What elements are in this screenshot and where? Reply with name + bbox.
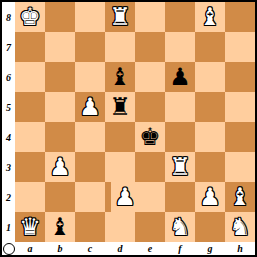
white-rook-d8[interactable]: ♜	[109, 2, 131, 32]
square-e6[interactable]	[135, 62, 165, 92]
white-bishop-h2[interactable]: ♝	[229, 182, 251, 212]
square-f3[interactable]: ♜	[165, 152, 195, 182]
file-label-f: f	[165, 242, 195, 255]
white-bishop-g8[interactable]: ♝	[199, 2, 221, 32]
square-h8[interactable]	[225, 2, 255, 32]
rank-label-1: 1	[2, 212, 15, 242]
square-h1[interactable]: ♞	[225, 212, 255, 242]
black-bishop-b1[interactable]: ♝	[49, 212, 71, 242]
white-king-a8[interactable]: ♚	[19, 2, 41, 32]
square-g2[interactable]: ♟	[195, 182, 225, 212]
white-queen-a1[interactable]: ♛	[19, 212, 41, 242]
square-a3[interactable]	[15, 152, 45, 182]
black-bishop-d6[interactable]: ♝	[109, 62, 131, 92]
white-knight-f1[interactable]: ♞	[169, 212, 191, 242]
black-king-e4[interactable]: ♚	[139, 122, 161, 152]
square-e7[interactable]	[135, 32, 165, 62]
rank-label-5: 5	[2, 92, 15, 122]
square-e1[interactable]	[135, 212, 165, 242]
square-e3[interactable]	[135, 152, 165, 182]
square-a2[interactable]	[15, 182, 45, 212]
file-label-c: c	[75, 242, 105, 255]
white-pawn-c5[interactable]: ♟	[79, 92, 101, 122]
square-c4[interactable]	[75, 122, 105, 152]
square-h5[interactable]	[225, 92, 255, 122]
square-d7[interactable]	[105, 32, 135, 62]
square-c5[interactable]: ♟	[75, 92, 105, 122]
square-g7[interactable]	[195, 32, 225, 62]
square-c2[interactable]	[75, 182, 105, 212]
square-c7[interactable]	[75, 32, 105, 62]
square-a5[interactable]	[15, 92, 45, 122]
square-c1[interactable]	[75, 212, 105, 242]
square-g3[interactable]	[195, 152, 225, 182]
square-a4[interactable]	[15, 122, 45, 152]
square-c6[interactable]	[75, 62, 105, 92]
square-e2[interactable]	[135, 182, 165, 212]
square-h6[interactable]	[225, 62, 255, 92]
square-e8[interactable]	[135, 2, 165, 32]
square-b3[interactable]: ♟	[45, 152, 75, 182]
chess-board: 8♚♜♝76♝♟5♟♜4♚3♟♜2♟♟♝1♛♝♞♞abcdefgh	[2, 2, 255, 255]
white-to-move-circle-icon	[3, 243, 15, 255]
square-a6[interactable]	[15, 62, 45, 92]
square-h2[interactable]: ♝	[225, 182, 255, 212]
square-f1[interactable]: ♞	[165, 212, 195, 242]
rank-label-8: 8	[2, 2, 15, 32]
square-b4[interactable]	[45, 122, 75, 152]
white-pawn-b3[interactable]: ♟	[49, 152, 71, 182]
file-label-d: d	[105, 242, 135, 255]
to-move-indicator-corner	[2, 242, 15, 255]
black-pawn-f6[interactable]: ♟	[169, 62, 191, 92]
square-d5[interactable]: ♜	[105, 92, 135, 122]
square-e4[interactable]: ♚	[135, 122, 165, 152]
white-pawn-d2[interactable]: ♟	[114, 182, 135, 212]
square-a7[interactable]	[15, 32, 45, 62]
square-a8[interactable]: ♚	[15, 2, 45, 32]
square-f5[interactable]	[165, 92, 195, 122]
square-h4[interactable]	[225, 122, 255, 152]
white-knight-h1[interactable]: ♞	[229, 212, 251, 242]
rank-label-3: 3	[2, 152, 15, 182]
square-b6[interactable]	[45, 62, 75, 92]
square-g8[interactable]: ♝	[195, 2, 225, 32]
square-d6[interactable]: ♝	[105, 62, 135, 92]
rank-label-2: 2	[2, 182, 15, 212]
square-f2[interactable]	[165, 182, 195, 212]
square-d3[interactable]	[105, 152, 135, 182]
square-g5[interactable]	[195, 92, 225, 122]
square-c8[interactable]	[75, 2, 105, 32]
square-e5[interactable]	[135, 92, 165, 122]
square-d2[interactable]: ♟	[105, 182, 135, 212]
file-label-h: h	[225, 242, 255, 255]
square-c3[interactable]	[75, 152, 105, 182]
square-h7[interactable]	[225, 32, 255, 62]
square-b1[interactable]: ♝	[45, 212, 75, 242]
square-b5[interactable]	[45, 92, 75, 122]
white-pawn-g2[interactable]: ♟	[199, 182, 221, 212]
file-label-b: b	[45, 242, 75, 255]
square-b7[interactable]	[45, 32, 75, 62]
square-d1[interactable]	[105, 212, 135, 242]
square-g1[interactable]	[195, 212, 225, 242]
square-g4[interactable]	[195, 122, 225, 152]
rank-label-7: 7	[2, 32, 15, 62]
square-g6[interactable]	[195, 62, 225, 92]
square-f7[interactable]	[165, 32, 195, 62]
square-b2[interactable]	[45, 182, 75, 212]
square-f6[interactable]: ♟	[165, 62, 195, 92]
file-label-g: g	[195, 242, 225, 255]
square-d8[interactable]: ♜	[105, 2, 135, 32]
file-label-a: a	[15, 242, 45, 255]
square-h3[interactable]	[225, 152, 255, 182]
white-rook-f3[interactable]: ♜	[169, 152, 191, 182]
square-b8[interactable]	[45, 2, 75, 32]
black-rook-d5[interactable]: ♜	[109, 92, 131, 122]
file-label-e: e	[135, 242, 165, 255]
square-f4[interactable]	[165, 122, 195, 152]
rank-label-4: 4	[2, 122, 15, 152]
square-a1[interactable]: ♛	[15, 212, 45, 242]
rank-label-6: 6	[2, 62, 15, 92]
square-d4[interactable]	[105, 122, 135, 152]
chess-diagram: 8♚♜♝76♝♟5♟♜4♚3♟♜2♟♟♝1♛♝♞♞abcdefgh	[0, 0, 257, 257]
square-f8[interactable]	[165, 2, 195, 32]
